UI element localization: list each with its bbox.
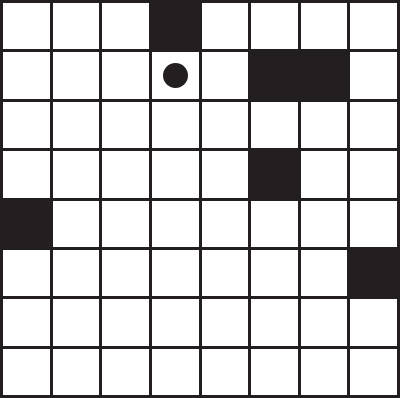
cell-r5c8[interactable]: [350, 201, 397, 247]
cell-r1c5[interactable]: [202, 3, 249, 49]
cell-r1c8[interactable]: [350, 3, 397, 49]
cell-r7c4[interactable]: [152, 299, 199, 345]
cell-r3c3[interactable]: [102, 102, 149, 148]
cell-r3c6[interactable]: [251, 102, 298, 148]
cell-r6c6[interactable]: [251, 250, 298, 296]
cell-r4c3[interactable]: [102, 151, 149, 197]
cell-r8c3[interactable]: [102, 349, 149, 395]
cell-r2c4[interactable]: [152, 52, 199, 98]
cell-r1c7[interactable]: [301, 3, 348, 49]
puzzle-board-wrapper: [0, 0, 400, 398]
cell-r1c2[interactable]: [53, 3, 100, 49]
cell-r3c4[interactable]: [152, 102, 199, 148]
cell-r5c2[interactable]: [53, 201, 100, 247]
cell-r4c8[interactable]: [350, 151, 397, 197]
cell-r8c7[interactable]: [301, 349, 348, 395]
cell-r5c7[interactable]: [301, 201, 348, 247]
cell-r7c7[interactable]: [301, 299, 348, 345]
cell-r5c4[interactable]: [152, 201, 199, 247]
cell-r7c1[interactable]: [3, 299, 50, 345]
cell-r6c4[interactable]: [152, 250, 199, 296]
cell-r2c1[interactable]: [3, 52, 50, 98]
cell-r7c2[interactable]: [53, 299, 100, 345]
cell-r6c7[interactable]: [301, 250, 348, 296]
cell-r2c3[interactable]: [102, 52, 149, 98]
cell-r6c5[interactable]: [202, 250, 249, 296]
cell-r2c2[interactable]: [53, 52, 100, 98]
cell-r5c6[interactable]: [251, 201, 298, 247]
cell-r3c8[interactable]: [350, 102, 397, 148]
black-dot-marker: [163, 63, 188, 89]
cell-r8c8[interactable]: [350, 349, 397, 395]
cell-r8c6[interactable]: [251, 349, 298, 395]
cell-r8c5[interactable]: [202, 349, 249, 395]
blocked-cell-r2c7: [301, 52, 348, 98]
cell-r7c5[interactable]: [202, 299, 249, 345]
blocked-cell-r4c6: [251, 151, 298, 197]
cell-r1c6[interactable]: [251, 3, 298, 49]
cell-r8c1[interactable]: [3, 349, 50, 395]
cell-r8c4[interactable]: [152, 349, 199, 395]
cell-r3c7[interactable]: [301, 102, 348, 148]
puzzle-board: [0, 0, 400, 398]
cell-r8c2[interactable]: [53, 349, 100, 395]
cell-r6c1[interactable]: [3, 250, 50, 296]
cell-r7c6[interactable]: [251, 299, 298, 345]
cell-r4c4[interactable]: [152, 151, 199, 197]
cell-r5c5[interactable]: [202, 201, 249, 247]
cell-r7c3[interactable]: [102, 299, 149, 345]
cell-r3c1[interactable]: [3, 102, 50, 148]
blocked-cell-r2c6: [251, 52, 298, 98]
cell-r3c5[interactable]: [202, 102, 249, 148]
cell-r6c2[interactable]: [53, 250, 100, 296]
cell-r4c7[interactable]: [301, 151, 348, 197]
blocked-cell-r6c8: [350, 250, 397, 296]
cell-r3c2[interactable]: [53, 102, 100, 148]
cell-r4c5[interactable]: [202, 151, 249, 197]
cell-r2c5[interactable]: [202, 52, 249, 98]
cell-r5c3[interactable]: [102, 201, 149, 247]
cell-r7c8[interactable]: [350, 299, 397, 345]
cell-r1c3[interactable]: [102, 3, 149, 49]
blocked-cell-r1c4: [152, 3, 199, 49]
cell-r6c3[interactable]: [102, 250, 149, 296]
cell-r4c1[interactable]: [3, 151, 50, 197]
blocked-cell-r5c1: [3, 201, 50, 247]
cell-r2c8[interactable]: [350, 52, 397, 98]
cell-r4c2[interactable]: [53, 151, 100, 197]
cell-r1c1[interactable]: [3, 3, 50, 49]
